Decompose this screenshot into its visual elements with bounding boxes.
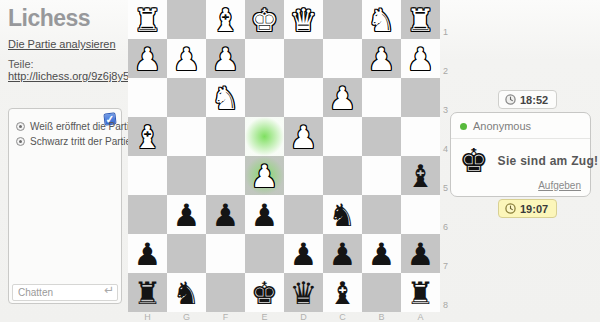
square-e3[interactable] [245,78,284,117]
square-a2[interactable]: ♟ [401,39,440,78]
square-f5[interactable] [206,156,245,195]
piece-bP[interactable]: ♟ [290,235,318,273]
square-b4[interactable] [362,117,401,156]
square-h4[interactable]: ♝ [128,117,167,156]
piece-bQ[interactable]: ♛ [290,274,318,312]
piece-wP[interactable]: ♟ [173,40,201,78]
piece-wB[interactable]: ♝ [212,1,240,39]
square-g4[interactable] [167,117,206,156]
rank-label-2: 2 [443,66,453,76]
piece-wK[interactable]: ♚ [251,1,279,39]
square-h1[interactable]: ♜ [128,0,167,39]
sidebar: Lichess Die Partie analysieren Teile: ht… [0,0,128,322]
square-e4[interactable] [245,117,284,156]
piece-wN[interactable]: ♞ [212,79,240,117]
piece-bP[interactable]: ♟ [329,235,357,273]
square-f8[interactable] [206,273,245,312]
square-e1[interactable]: ♚ [245,0,284,39]
radio-icon[interactable] [16,122,25,131]
square-h6[interactable] [128,195,167,234]
square-d3[interactable] [284,78,323,117]
piece-bR[interactable]: ♜ [134,274,162,312]
chat-input-wrap: ↵ [12,282,118,299]
square-a1[interactable]: ♜ [401,0,440,39]
square-c1[interactable] [323,0,362,39]
file-label-b: B [362,312,401,322]
square-e5[interactable]: ♟ [245,156,284,195]
square-f6[interactable]: ♟ [206,195,245,234]
share-label: Teile: [8,58,34,70]
radio-icon[interactable] [16,137,25,146]
piece-wP[interactable]: ♟ [212,40,240,78]
piece-wP[interactable]: ♟ [290,118,318,156]
square-b7[interactable]: ♟ [362,234,401,273]
chat-input[interactable] [12,284,118,301]
player-name: Anonymous [473,120,531,132]
option-white-starts-label: Weiß eröffnet die Partie [30,121,135,132]
square-a3[interactable] [401,78,440,117]
piece-bR[interactable]: ♜ [407,274,435,312]
opponent-clock: 18:52 [498,90,557,109]
piece-wP[interactable]: ♟ [251,157,279,195]
rank-label-7: 7 [443,261,453,271]
square-c7[interactable]: ♟ [323,234,362,273]
piece-wQ[interactable]: ♛ [290,1,318,39]
file-label-c: C [323,312,362,322]
square-f4[interactable] [206,117,245,156]
square-e2[interactable] [245,39,284,78]
square-d8[interactable]: ♛ [284,273,323,312]
player-clock: 19:07 [498,199,557,218]
square-h8[interactable]: ♜ [128,273,167,312]
square-c5[interactable] [323,156,362,195]
square-f1[interactable]: ♝ [206,0,245,39]
square-c3[interactable]: ♟ [323,78,362,117]
square-b3[interactable] [362,78,401,117]
chess-board[interactable]: ♜♝♚♛♞♜♟♟♟♟♟♞♟♝♟♟♝♟♟♟♞♟♟♟♟♟♜♞♚♛♝♜ [128,0,440,312]
turn-panel: Anonymous ♚ Sie sind am Zug! Aufgeben [450,112,591,197]
square-b8[interactable] [362,273,401,312]
square-g8[interactable]: ♞ [167,273,206,312]
square-b1[interactable]: ♞ [362,0,401,39]
piece-bK[interactable]: ♚ [251,274,279,312]
piece-bP[interactable]: ♟ [173,196,201,234]
square-d7[interactable]: ♟ [284,234,323,273]
square-e6[interactable]: ♟ [245,195,284,234]
square-g6[interactable]: ♟ [167,195,206,234]
square-b5[interactable] [362,156,401,195]
player-clock-time: 19:07 [520,203,548,215]
square-e8[interactable]: ♚ [245,273,284,312]
square-c4[interactable] [323,117,362,156]
game-url-link[interactable]: http://lichess.org/9z6j8y54 [8,70,135,82]
turn-message: Sie sind am Zug! [498,154,599,168]
square-c2[interactable] [323,39,362,78]
square-a4[interactable] [401,117,440,156]
square-d1[interactable]: ♛ [284,0,323,39]
piece-bP[interactable]: ♟ [407,235,435,273]
piece-wP[interactable]: ♟ [134,40,162,78]
clock-icon [505,94,516,105]
analyse-game-link[interactable]: Die Partie analysieren [8,38,116,50]
square-b2[interactable]: ♟ [362,39,401,78]
square-h2[interactable]: ♟ [128,39,167,78]
piece-bP[interactable]: ♟ [368,235,396,273]
square-a8[interactable]: ♜ [401,273,440,312]
square-f3[interactable]: ♞ [206,78,245,117]
piece-wP[interactable]: ♟ [368,40,396,78]
online-dot-icon [460,123,467,130]
piece-bN[interactable]: ♞ [173,274,201,312]
file-label-f: F [206,312,245,322]
square-f2[interactable]: ♟ [206,39,245,78]
square-g1[interactable] [167,0,206,39]
square-g5[interactable] [167,156,206,195]
clock-icon [505,203,516,214]
square-e7[interactable] [245,234,284,273]
resign-link[interactable]: Aufgeben [538,180,581,191]
piece-bB[interactable]: ♝ [329,274,357,312]
square-c6[interactable]: ♞ [323,195,362,234]
square-h3[interactable] [128,78,167,117]
piece-bP[interactable]: ♟ [134,235,162,273]
black-king-icon: ♚ [459,141,489,181]
piece-wP[interactable]: ♟ [329,79,357,117]
opponent-clock-time: 18:52 [520,94,548,106]
app-title: Lichess [8,5,90,32]
piece-wR[interactable]: ♜ [407,1,435,39]
square-d6[interactable] [284,195,323,234]
piece-wR[interactable]: ♜ [134,1,162,39]
square-d4[interactable]: ♟ [284,117,323,156]
file-label-g: G [167,312,206,322]
square-g7[interactable] [167,234,206,273]
piece-wN[interactable]: ♞ [368,1,396,39]
piece-wB[interactable]: ♝ [134,118,162,156]
file-label-h: H [128,312,167,322]
square-c8[interactable]: ♝ [323,273,362,312]
square-f7[interactable] [206,234,245,273]
square-g2[interactable]: ♟ [167,39,206,78]
square-b6[interactable] [362,195,401,234]
enter-icon: ↵ [104,283,114,297]
square-d5[interactable] [284,156,323,195]
rank-label-8: 8 [443,300,453,310]
lichess-page: Lichess Die Partie analysieren Teile: ht… [0,0,600,322]
file-label-a: A [401,312,440,322]
square-g3[interactable] [167,78,206,117]
rank-label-1: 1 [443,27,453,37]
square-a5[interactable]: ♝ [401,156,440,195]
square-d2[interactable] [284,39,323,78]
piece-wP[interactable]: ♟ [407,40,435,78]
file-label-d: D [284,312,323,322]
option-white-starts[interactable]: Weiß eröffnet die Partie [16,121,135,132]
file-label-e: E [245,312,284,322]
piece-bP[interactable]: ♟ [251,196,279,234]
piece-bP[interactable]: ♟ [212,196,240,234]
piece-bN[interactable]: ♞ [329,196,357,234]
square-h7[interactable]: ♟ [128,234,167,273]
piece-bB[interactable]: ♝ [407,157,435,195]
game-setup-panel: ✓ Weiß eröffnet die Partie Schwarz tritt… [8,108,122,304]
square-a6[interactable] [401,195,440,234]
square-a7[interactable]: ♟ [401,234,440,273]
turn-row: ♚ Sie sind am Zug! [451,139,590,181]
file-labels: HGFEDCBA [128,312,440,322]
rank-label-6: 6 [443,222,453,232]
square-h5[interactable] [128,156,167,195]
player-row: Anonymous [451,113,590,139]
